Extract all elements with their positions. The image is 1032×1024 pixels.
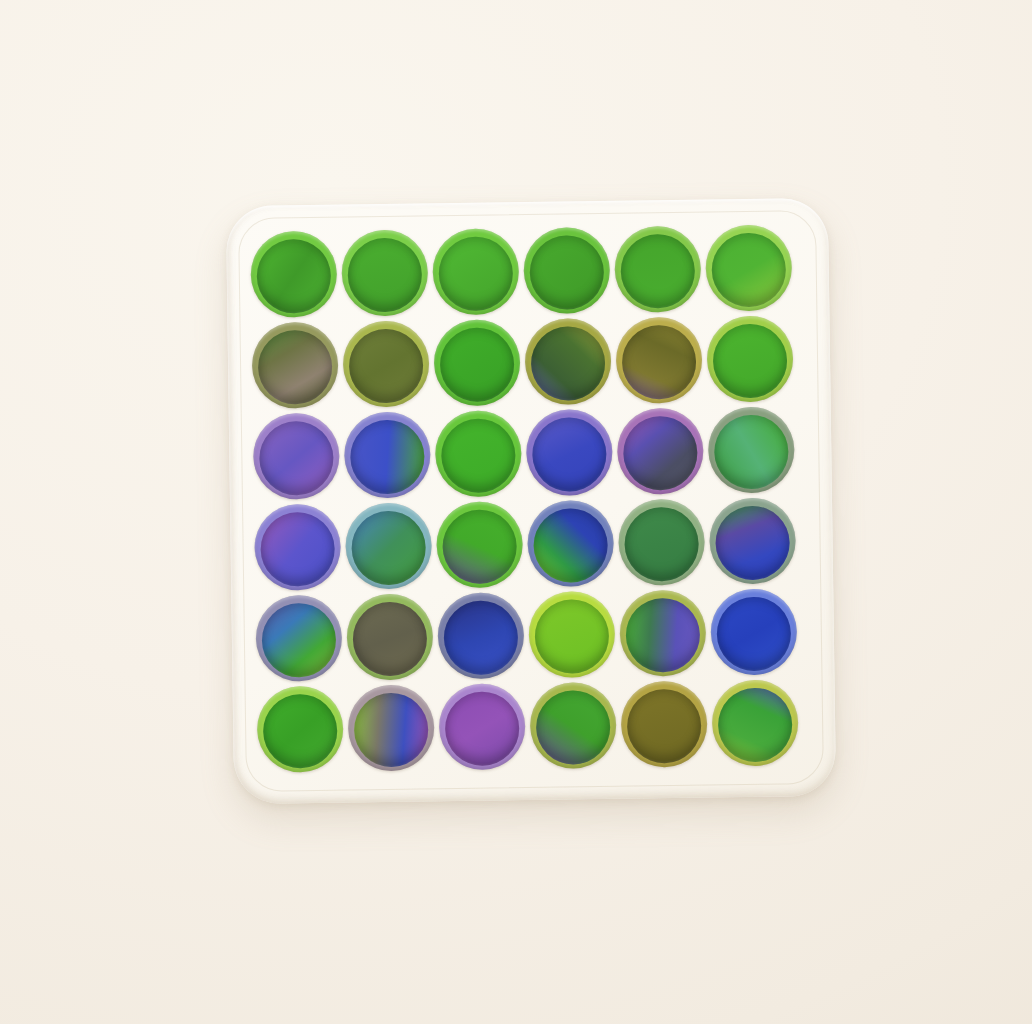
bubble-r6c6-green-blue-streak[interactable] — [712, 679, 799, 766]
bubble-dome — [715, 505, 790, 580]
bubble-dome — [536, 690, 611, 765]
bubble-dome — [624, 506, 699, 581]
bubble-r5c6-royal-blue[interactable] — [710, 588, 797, 675]
bubble-dome — [716, 596, 791, 671]
bubble-dome — [347, 237, 422, 312]
bubble-dome — [352, 601, 427, 676]
bubble-r5c4-lime-green[interactable] — [528, 591, 615, 678]
bubble-dome — [443, 600, 518, 675]
bubble-dome — [445, 691, 520, 766]
bubble-dome — [534, 599, 609, 674]
bubble-dome — [627, 688, 702, 763]
bubble-r6c1-green-lime-rim[interactable] — [257, 686, 344, 773]
bubble-r4c1-magenta-blue-violet[interactable] — [254, 504, 341, 591]
bubble-r6c3-magenta-purple[interactable] — [439, 683, 526, 770]
bubble-dome — [350, 419, 425, 494]
bubble-r4c3-green-purple-smudge[interactable] — [436, 501, 523, 588]
bubble-r2c3-green[interactable] — [433, 319, 520, 406]
bubble-r5c1-blue-green-marble[interactable] — [255, 595, 342, 682]
bubble-dome — [256, 239, 331, 314]
bubble-r2c2-murky-olive-green[interactable] — [342, 320, 429, 407]
bubble-dome — [713, 323, 788, 398]
bubble-dome — [263, 693, 338, 768]
bubble-dome — [438, 236, 513, 311]
bubble-r5c3-navy-blue[interactable] — [437, 592, 524, 679]
bubble-dome — [529, 235, 604, 310]
pop-it-tray — [226, 198, 836, 804]
bubble-dome — [441, 418, 516, 493]
bubble-r2c4-olive-green-purple-marble[interactable] — [524, 318, 611, 405]
bubble-r6c2-olive-blue-purple-marble[interactable] — [348, 684, 435, 771]
bubble-dome — [623, 415, 698, 490]
bubble-r6c5-mustard-olive[interactable] — [621, 681, 708, 768]
bubble-dome — [442, 509, 517, 584]
bubble-r5c2-gray-olive[interactable] — [346, 593, 433, 680]
bubble-dome — [532, 417, 607, 492]
bubble-r1c5-green[interactable] — [614, 226, 701, 313]
bubble-r1c2-green[interactable] — [341, 229, 428, 316]
bubble-r3c5-magenta-blue-dark-marble[interactable] — [617, 408, 704, 495]
bubble-grid — [250, 224, 799, 773]
bubble-r3c2-blue-with-green-edge[interactable] — [344, 411, 431, 498]
bubble-r3c4-blue-violet[interactable] — [526, 409, 613, 496]
bubble-r4c4-dark-blue-green-corner[interactable] — [527, 500, 614, 587]
bubble-r1c4-green[interactable] — [523, 227, 610, 314]
bubble-dome — [259, 420, 334, 495]
bubble-r3c1-violet-blue[interactable] — [253, 413, 340, 500]
bubble-r2c5-mustard-dark-purple[interactable] — [615, 317, 702, 404]
bubble-dome — [711, 232, 786, 307]
bubble-r1c1-green[interactable] — [250, 231, 337, 318]
bubble-dome — [351, 510, 426, 585]
bubble-r2c1-olive-brown-marble[interactable] — [251, 322, 338, 409]
bubble-dome — [260, 511, 335, 586]
bubble-r1c3-green[interactable] — [432, 228, 519, 315]
bubble-dome — [258, 330, 333, 405]
bubble-dome — [533, 508, 608, 583]
bubble-dome — [349, 328, 424, 403]
bubble-dome — [622, 324, 697, 399]
bubble-dome — [714, 414, 789, 489]
bubble-dome — [354, 692, 429, 767]
photo-background — [0, 0, 1032, 1024]
bubble-r6c4-green-purple-sliver[interactable] — [530, 682, 617, 769]
bubble-r4c5-sea-green[interactable] — [618, 499, 705, 586]
bubble-r2c6-green[interactable] — [706, 315, 793, 402]
bubble-dome — [620, 233, 695, 308]
bubble-r1c6-green-yellow[interactable] — [705, 224, 792, 311]
bubble-dome — [531, 326, 606, 401]
bubble-r4c2-blue-teal-green[interactable] — [345, 502, 432, 589]
bubble-r5c5-green-dark-purple-split[interactable] — [619, 590, 706, 677]
bubble-dome — [440, 327, 515, 402]
bubble-dome — [625, 597, 700, 672]
bubble-r3c3-green[interactable] — [435, 410, 522, 497]
bubble-r4c6-blue-green-top-streak[interactable] — [709, 497, 796, 584]
bubble-dome — [261, 602, 336, 677]
bubble-r3c6-green-gray-rim[interactable] — [708, 406, 795, 493]
bubble-dome — [718, 687, 793, 762]
